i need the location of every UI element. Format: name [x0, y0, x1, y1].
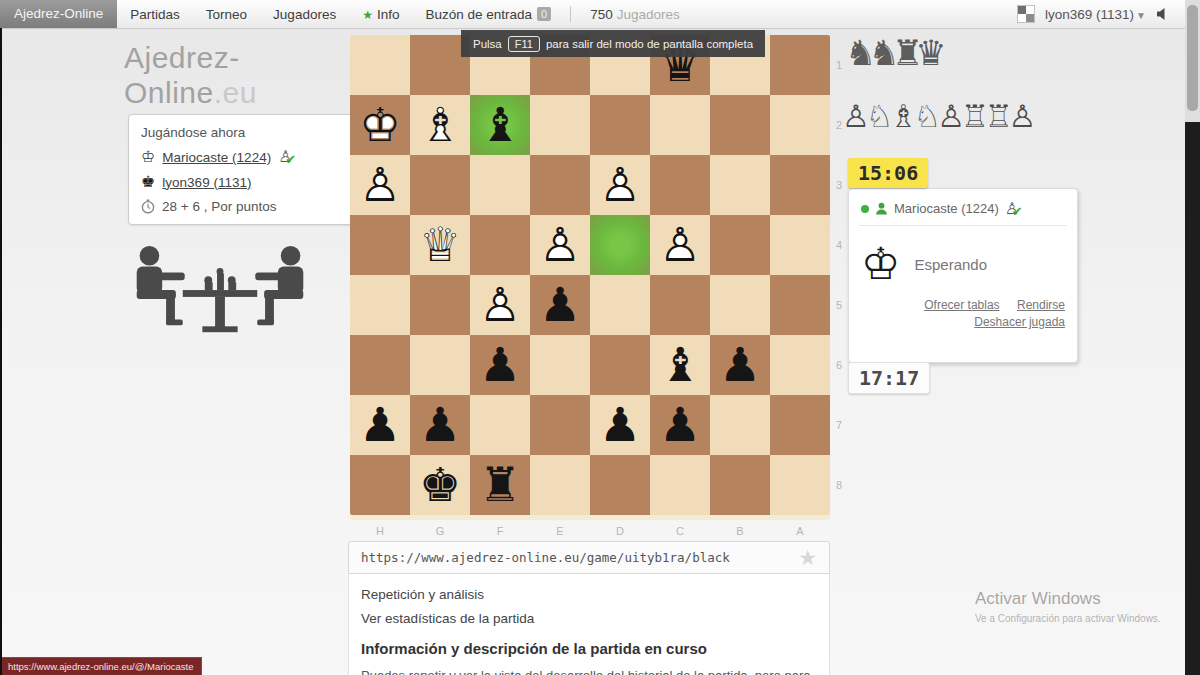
square-a5[interactable]: [770, 275, 830, 335]
f11-key-cap: F11: [508, 36, 540, 52]
captured-white-knight: ♘: [913, 98, 937, 134]
square-c7[interactable]: ♟: [650, 395, 710, 455]
white-pawn-d3: ♟♙: [590, 155, 650, 215]
captured-white-rook: ♖: [961, 98, 985, 134]
square-d7[interactable]: ♟: [590, 395, 650, 455]
info-paragraph: Puedes repetir y ver la vista del desarr…: [361, 667, 817, 675]
game-url[interactable]: https://www.ajedrez-online.eu/game/uityb…: [361, 550, 798, 565]
scrollbar-thumb[interactable]: [1187, 5, 1198, 111]
captured-white-pieces-tray: ♙♘♗♘♙♖♖♙: [842, 98, 1032, 134]
square-b8[interactable]: [710, 455, 770, 515]
square-f7[interactable]: [470, 395, 530, 455]
square-b5[interactable]: [710, 275, 770, 335]
white-player-link[interactable]: Mariocaste (1224): [162, 150, 271, 165]
black-player-clock: 17:17: [848, 362, 930, 394]
black-rook-f8: ♜: [470, 455, 530, 514]
chess-board: ♛♚♔♝♗♝♟♙♟♙♛♕♟♙♟♙♟♙♟♟♝♟♟♟♟♟♚♜: [350, 35, 830, 515]
black-pawn-h7: ♟: [350, 395, 410, 454]
square-c4[interactable]: ♟♙: [650, 215, 710, 275]
statusbar-link-preview: https://www.ajedrez-online.eu/@/Mariocas…: [0, 657, 202, 675]
square-c3[interactable]: [650, 155, 710, 215]
captured-white-pawn: ♙: [1009, 98, 1033, 134]
square-h8[interactable]: [350, 455, 410, 515]
square-e8[interactable]: [530, 455, 590, 515]
square-g8[interactable]: ♚: [410, 455, 470, 515]
nav-item-jugadores[interactable]: Jugadores: [260, 7, 349, 22]
square-h6[interactable]: [350, 335, 410, 395]
captured-black-rook: ♜: [892, 33, 915, 73]
white-king-icon: ♔: [141, 149, 155, 165]
online-status-dot: [861, 205, 869, 213]
players-online-count: 750Jugadores: [577, 7, 693, 22]
square-c8[interactable]: [650, 455, 710, 515]
board-theme-icon[interactable]: [1017, 5, 1035, 23]
star-icon: ★: [362, 8, 373, 22]
square-d3[interactable]: ♟♙: [590, 155, 650, 215]
scrollbar-track-lower[interactable]: [1185, 122, 1200, 675]
square-e5[interactable]: ♟: [530, 275, 590, 335]
square-f8[interactable]: ♜: [470, 455, 530, 515]
white-king-h2: ♚♔: [350, 95, 410, 155]
person-icon: [875, 202, 888, 215]
square-f4[interactable]: [470, 215, 530, 275]
square-e4[interactable]: ♟♙: [530, 215, 590, 275]
square-h4[interactable]: [350, 215, 410, 275]
black-king-icon: ♚: [141, 174, 155, 190]
square-d4[interactable]: [590, 215, 650, 275]
white-king-icon: ♔: [861, 240, 900, 288]
rank-label-8: 8: [836, 455, 850, 515]
board-border-strip: [350, 515, 830, 520]
square-b3[interactable]: [710, 155, 770, 215]
black-pawn-d7: ♟: [590, 395, 650, 454]
fullscreen-exit-tooltip: Pulsa F11 para salir del modo de pantall…: [461, 30, 765, 57]
opponent-name[interactable]: Mariocaste (1224): [894, 201, 999, 216]
black-pawn-b6: ♟: [710, 335, 770, 394]
square-d6[interactable]: [590, 335, 650, 395]
game-info-box: https://www.ajedrez-online.eu/game/uityb…: [348, 541, 830, 675]
square-h1[interactable]: [350, 35, 410, 95]
square-d8[interactable]: [590, 455, 650, 515]
nav-item-inbox[interactable]: Buzón de entrada0: [412, 7, 564, 22]
file-label-c: C: [650, 525, 710, 537]
white-pawn-f5: ♟♙: [470, 275, 530, 335]
square-d2[interactable]: [590, 95, 650, 155]
speaker-icon[interactable]: [1156, 7, 1170, 21]
square-b6[interactable]: ♟: [710, 335, 770, 395]
captured-black-knight: ♞: [845, 33, 868, 73]
black-pawn-c7: ♟: [650, 395, 710, 454]
square-b2[interactable]: [710, 95, 770, 155]
file-label-h: H: [350, 525, 410, 537]
game-url-bar: https://www.ajedrez-online.eu/game/uityb…: [348, 541, 830, 574]
nav-brand[interactable]: Ajedrez-Online: [0, 0, 117, 28]
square-h5[interactable]: [350, 275, 410, 335]
white-player-clock: 15:06: [848, 158, 928, 188]
square-f6[interactable]: ♟: [470, 335, 530, 395]
captured-black-queen: ♛: [915, 33, 938, 73]
white-pawn-c4: ♟♙: [650, 215, 710, 275]
captured-white-knight: ♘: [866, 98, 890, 134]
file-label-b: B: [710, 525, 770, 537]
square-c5[interactable]: [650, 275, 710, 335]
undo-move-link[interactable]: Deshacer jugada: [974, 315, 1065, 329]
file-label-d: D: [590, 525, 650, 537]
app-window: Ajedrez-Online Partidas Torneo Jugadores…: [0, 0, 1200, 675]
square-e7[interactable]: [530, 395, 590, 455]
favorite-star-icon[interactable]: ★: [798, 546, 817, 570]
screen-left-edge: [0, 28, 2, 675]
analysis-link[interactable]: Repetición y análisis: [361, 587, 817, 602]
square-a4[interactable]: [770, 215, 830, 275]
clock-icon: [141, 199, 155, 214]
nav-item-info[interactable]: ★Info: [349, 7, 412, 22]
file-label-g: G: [410, 525, 470, 537]
info-heading: Información y descripción de la partida …: [361, 640, 817, 657]
captured-white-pawn: ♙: [937, 98, 961, 134]
site-logo[interactable]: Ajedrez- Online.eu: [124, 40, 257, 110]
file-label-a: A: [770, 525, 830, 537]
square-a1[interactable]: [770, 35, 830, 95]
time-control-label: 28 + 6 , Por puntos: [162, 199, 276, 214]
stats-link[interactable]: Ver estadísticas de la partida: [361, 611, 817, 626]
black-player-link[interactable]: lyon369 (1131): [162, 175, 251, 190]
captured-black-knight: ♞: [868, 33, 891, 73]
captured-white-rook: ♖: [985, 98, 1009, 134]
square-g7[interactable]: ♟: [410, 395, 470, 455]
nav-item-partidas[interactable]: Partidas: [117, 7, 193, 22]
now-playing-title: Jugándose ahora: [141, 125, 355, 140]
square-a6[interactable]: [770, 335, 830, 395]
square-a7[interactable]: [770, 395, 830, 455]
captured-black-pieces-tray: ♞♞♜♛: [845, 33, 939, 73]
now-playing-box: Jugándose ahora ♔ Mariocaste (1224) ♙✔ ♚…: [128, 114, 368, 225]
check-icon: ✔: [285, 153, 296, 167]
square-h3[interactable]: ♟♙: [350, 155, 410, 215]
user-menu[interactable]: lyon369 (1131)▼: [1045, 7, 1146, 22]
black-pawn-g7: ♟: [410, 395, 470, 454]
square-g6[interactable]: [410, 335, 470, 395]
white-queen-g4: ♛♕: [410, 215, 470, 275]
black-pawn-e5: ♟: [530, 275, 590, 334]
verified-player-icon: ♙✔: [1005, 202, 1019, 216]
black-bishop-c6: ♝: [650, 335, 710, 394]
opponent-status: Esperando: [914, 256, 987, 273]
nav-item-torneo[interactable]: Torneo: [193, 7, 260, 22]
square-f5[interactable]: ♟♙: [470, 275, 530, 335]
square-e3[interactable]: [530, 155, 590, 215]
nav-separator: [570, 6, 571, 22]
inbox-badge: 0: [537, 7, 551, 21]
rank-label-7: 7: [836, 395, 850, 455]
opponent-panel: Mariocaste (1224) ♙✔ ♔ Esperando Ofrecer…: [848, 188, 1078, 363]
square-b4[interactable]: [710, 215, 770, 275]
square-a8[interactable]: [770, 455, 830, 515]
captured-white-pawn: ♙: [842, 98, 866, 134]
square-c6[interactable]: ♝: [650, 335, 710, 395]
square-g4[interactable]: ♛♕: [410, 215, 470, 275]
black-bishop-f2: ♝: [470, 95, 530, 154]
square-g5[interactable]: [410, 275, 470, 335]
file-labels: HGFEDCBA: [350, 521, 830, 537]
square-a3[interactable]: [770, 155, 830, 215]
activate-windows-watermark: Activar Windows Ve a Configuración para …: [975, 589, 1161, 624]
square-f3[interactable]: [470, 155, 530, 215]
square-g3[interactable]: [410, 155, 470, 215]
square-g2[interactable]: ♝♗: [410, 95, 470, 155]
offer-draw-link[interactable]: Ofrecer tablas: [924, 298, 999, 312]
square-e6[interactable]: [530, 335, 590, 395]
square-b7[interactable]: [710, 395, 770, 455]
square-a2[interactable]: [770, 95, 830, 155]
chess-board-area: ♛♚♔♝♗♝♟♙♟♙♛♕♟♙♟♙♟♙♟♟♝♟♟♟♟♟♚♜ HGFEDCBA 12…: [350, 35, 830, 515]
square-c2[interactable]: [650, 95, 710, 155]
top-nav: Ajedrez-Online Partidas Torneo Jugadores…: [0, 0, 1200, 29]
white-pawn-e4: ♟♙: [530, 215, 590, 275]
white-bishop-g2: ♝♗: [410, 95, 470, 155]
square-h7[interactable]: ♟: [350, 395, 410, 455]
white-pawn-h3: ♟♙: [350, 155, 410, 215]
square-d5[interactable]: [590, 275, 650, 335]
verified-player-icon: ♙✔: [278, 150, 292, 164]
file-label-f: F: [470, 525, 530, 537]
file-label-e: E: [530, 525, 590, 537]
chevron-down-icon: ▼: [1136, 10, 1146, 21]
players-pictogram-image: [122, 238, 318, 348]
square-f2[interactable]: ♝: [470, 95, 530, 155]
square-e2[interactable]: [530, 95, 590, 155]
captured-white-bishop: ♗: [890, 98, 914, 134]
square-h2[interactable]: ♚♔: [350, 95, 410, 155]
black-king-g8: ♚: [410, 455, 470, 514]
resign-link[interactable]: Rendirse: [1017, 298, 1065, 312]
black-pawn-f6: ♟: [470, 335, 530, 394]
